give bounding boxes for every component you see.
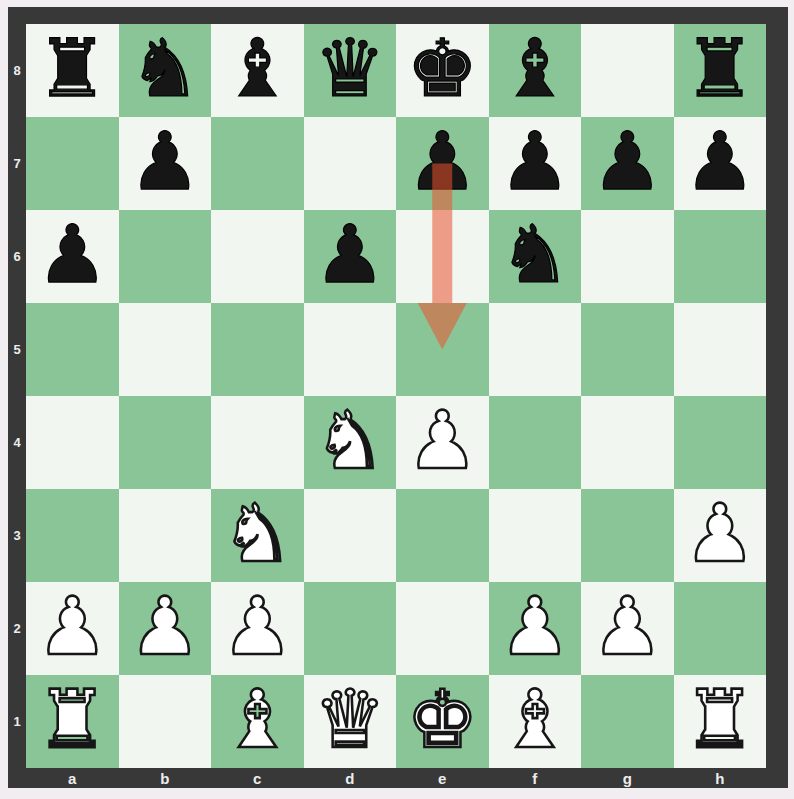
file-label-c: c bbox=[211, 768, 304, 788]
square-b2[interactable]: ♟ bbox=[119, 582, 212, 675]
square-a6[interactable]: ♟ bbox=[26, 210, 119, 303]
square-f1[interactable]: ♝ bbox=[489, 675, 582, 768]
piece-black-pawn-h7[interactable]: ♟ bbox=[684, 122, 756, 202]
square-f8[interactable]: ♝ bbox=[489, 24, 582, 117]
file-label-h: h bbox=[674, 768, 767, 788]
square-f4[interactable] bbox=[489, 396, 582, 489]
board-frame: 87654321 abcdefgh ♜♞♝♛♚♝♜♟♟♟♟♟♟♟♞♞♟♞♟♟♟♟… bbox=[8, 7, 788, 788]
piece-white-rook-a1[interactable]: ♜ bbox=[36, 680, 108, 760]
square-d8[interactable]: ♛ bbox=[304, 24, 397, 117]
piece-white-pawn-h3[interactable]: ♟ bbox=[684, 494, 756, 574]
square-e4[interactable]: ♟ bbox=[396, 396, 489, 489]
piece-white-bishop-c1[interactable]: ♝ bbox=[221, 680, 293, 760]
file-label-e: e bbox=[396, 768, 489, 788]
piece-white-pawn-a2[interactable]: ♟ bbox=[36, 587, 108, 667]
piece-black-pawn-e7[interactable]: ♟ bbox=[406, 122, 478, 202]
square-h7[interactable]: ♟ bbox=[674, 117, 767, 210]
square-h5[interactable] bbox=[674, 303, 767, 396]
square-d6[interactable]: ♟ bbox=[304, 210, 397, 303]
piece-black-knight-f6[interactable]: ♞ bbox=[499, 215, 571, 295]
square-f3[interactable] bbox=[489, 489, 582, 582]
square-h3[interactable]: ♟ bbox=[674, 489, 767, 582]
square-e2[interactable] bbox=[396, 582, 489, 675]
piece-black-bishop-c8[interactable]: ♝ bbox=[221, 29, 293, 109]
square-c5[interactable] bbox=[211, 303, 304, 396]
piece-black-pawn-g7[interactable]: ♟ bbox=[591, 122, 663, 202]
square-g2[interactable]: ♟ bbox=[581, 582, 674, 675]
piece-black-pawn-d6[interactable]: ♟ bbox=[314, 215, 386, 295]
square-a7[interactable] bbox=[26, 117, 119, 210]
square-g3[interactable] bbox=[581, 489, 674, 582]
file-labels: abcdefgh bbox=[26, 768, 766, 788]
square-h1[interactable]: ♜ bbox=[674, 675, 767, 768]
square-c7[interactable] bbox=[211, 117, 304, 210]
piece-white-queen-d1[interactable]: ♛ bbox=[314, 680, 386, 760]
square-c2[interactable]: ♟ bbox=[211, 582, 304, 675]
file-label-a: a bbox=[26, 768, 119, 788]
file-label-d: d bbox=[304, 768, 397, 788]
rank-labels: 87654321 bbox=[8, 24, 26, 768]
square-f2[interactable]: ♟ bbox=[489, 582, 582, 675]
rank-label-2: 2 bbox=[8, 582, 26, 675]
square-d2[interactable] bbox=[304, 582, 397, 675]
square-e5[interactable] bbox=[396, 303, 489, 396]
square-d1[interactable]: ♛ bbox=[304, 675, 397, 768]
square-a1[interactable]: ♜ bbox=[26, 675, 119, 768]
square-h8[interactable]: ♜ bbox=[674, 24, 767, 117]
square-b1[interactable] bbox=[119, 675, 212, 768]
square-b5[interactable] bbox=[119, 303, 212, 396]
square-g7[interactable]: ♟ bbox=[581, 117, 674, 210]
piece-black-pawn-f7[interactable]: ♟ bbox=[499, 122, 571, 202]
square-e1[interactable]: ♚ bbox=[396, 675, 489, 768]
square-h6[interactable] bbox=[674, 210, 767, 303]
piece-black-rook-h8[interactable]: ♜ bbox=[684, 29, 756, 109]
piece-white-pawn-f2[interactable]: ♟ bbox=[499, 587, 571, 667]
square-f6[interactable]: ♞ bbox=[489, 210, 582, 303]
square-g5[interactable] bbox=[581, 303, 674, 396]
piece-white-bishop-f1[interactable]: ♝ bbox=[499, 680, 571, 760]
piece-white-king-e1[interactable]: ♚ bbox=[406, 680, 478, 760]
chess-board: ♜♞♝♛♚♝♜♟♟♟♟♟♟♟♞♞♟♞♟♟♟♟♟♟♜♝♛♚♝♜ bbox=[26, 24, 766, 768]
piece-white-rook-h1[interactable]: ♜ bbox=[684, 680, 756, 760]
square-b8[interactable]: ♞ bbox=[119, 24, 212, 117]
piece-black-bishop-f8[interactable]: ♝ bbox=[499, 29, 571, 109]
square-c3[interactable]: ♞ bbox=[211, 489, 304, 582]
square-f7[interactable]: ♟ bbox=[489, 117, 582, 210]
square-c1[interactable]: ♝ bbox=[211, 675, 304, 768]
square-c4[interactable] bbox=[211, 396, 304, 489]
piece-black-pawn-a6[interactable]: ♟ bbox=[36, 215, 108, 295]
rank-label-3: 3 bbox=[8, 489, 26, 582]
square-c8[interactable]: ♝ bbox=[211, 24, 304, 117]
square-e3[interactable] bbox=[396, 489, 489, 582]
square-e6[interactable] bbox=[396, 210, 489, 303]
square-d3[interactable] bbox=[304, 489, 397, 582]
piece-white-knight-c3[interactable]: ♞ bbox=[221, 494, 293, 574]
square-f5[interactable] bbox=[489, 303, 582, 396]
square-g4[interactable] bbox=[581, 396, 674, 489]
file-label-f: f bbox=[489, 768, 582, 788]
rank-label-8: 8 bbox=[8, 24, 26, 117]
square-d7[interactable] bbox=[304, 117, 397, 210]
piece-black-knight-b8[interactable]: ♞ bbox=[129, 29, 201, 109]
square-g6[interactable] bbox=[581, 210, 674, 303]
rank-label-6: 6 bbox=[8, 210, 26, 303]
square-a2[interactable]: ♟ bbox=[26, 582, 119, 675]
square-e8[interactable]: ♚ bbox=[396, 24, 489, 117]
page-background: 87654321 abcdefgh ♜♞♝♛♚♝♜♟♟♟♟♟♟♟♞♞♟♞♟♟♟♟… bbox=[0, 0, 794, 799]
square-d5[interactable] bbox=[304, 303, 397, 396]
square-a4[interactable] bbox=[26, 396, 119, 489]
square-g8[interactable] bbox=[581, 24, 674, 117]
square-h4[interactable] bbox=[674, 396, 767, 489]
piece-black-rook-a8[interactable]: ♜ bbox=[36, 29, 108, 109]
rank-label-7: 7 bbox=[8, 117, 26, 210]
square-c6[interactable] bbox=[211, 210, 304, 303]
square-b3[interactable] bbox=[119, 489, 212, 582]
piece-white-pawn-g2[interactable]: ♟ bbox=[591, 587, 663, 667]
rank-label-4: 4 bbox=[8, 396, 26, 489]
square-b6[interactable] bbox=[119, 210, 212, 303]
square-h2[interactable] bbox=[674, 582, 767, 675]
rank-label-1: 1 bbox=[8, 675, 26, 768]
file-label-b: b bbox=[119, 768, 212, 788]
square-b4[interactable] bbox=[119, 396, 212, 489]
piece-white-pawn-e4[interactable]: ♟ bbox=[406, 401, 478, 481]
square-a5[interactable] bbox=[26, 303, 119, 396]
piece-black-pawn-b7[interactable]: ♟ bbox=[129, 122, 201, 202]
square-d4[interactable]: ♞ bbox=[304, 396, 397, 489]
piece-black-queen-d8[interactable]: ♛ bbox=[314, 29, 386, 109]
rank-label-5: 5 bbox=[8, 303, 26, 396]
piece-white-pawn-c2[interactable]: ♟ bbox=[221, 587, 293, 667]
square-a8[interactable]: ♜ bbox=[26, 24, 119, 117]
square-b7[interactable]: ♟ bbox=[119, 117, 212, 210]
square-e7[interactable]: ♟ bbox=[396, 117, 489, 210]
piece-black-king-e8[interactable]: ♚ bbox=[406, 29, 478, 109]
square-g1[interactable] bbox=[581, 675, 674, 768]
square-a3[interactable] bbox=[26, 489, 119, 582]
file-label-g: g bbox=[581, 768, 674, 788]
piece-white-knight-d4[interactable]: ♞ bbox=[314, 401, 386, 481]
piece-white-pawn-b2[interactable]: ♟ bbox=[129, 587, 201, 667]
